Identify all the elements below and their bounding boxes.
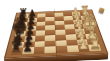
chess-set-photo: ♜♟♟♜♞♟♟♞♝♟♟♝♛♟♟♛♚♟♟♚♝♟♟♝♞♟♟♞♜♟♟♜ bbox=[0, 0, 110, 61]
square-h8: ♜ bbox=[11, 48, 23, 55]
square-f6 bbox=[35, 35, 46, 41]
square-h4 bbox=[56, 46, 68, 53]
square-h1: ♜ bbox=[88, 44, 101, 51]
square-d6 bbox=[36, 26, 46, 31]
square-e4 bbox=[55, 30, 65, 35]
square-h6 bbox=[33, 47, 45, 54]
chess-board: ♜♟♟♜♞♟♟♞♝♟♟♝♛♟♟♛♚♟♟♚♝♟♟♝♞♟♟♞♜♟♟♜ bbox=[4, 9, 109, 58]
piece-black-rook: ♜ bbox=[9, 40, 22, 54]
piece-black-pawn: ♟ bbox=[22, 42, 33, 54]
square-c4 bbox=[55, 21, 65, 26]
square-h7: ♟ bbox=[22, 47, 34, 54]
clasp-icon bbox=[98, 7, 104, 13]
square-h5 bbox=[45, 46, 56, 53]
piece-white-rook: ♜ bbox=[89, 37, 102, 51]
